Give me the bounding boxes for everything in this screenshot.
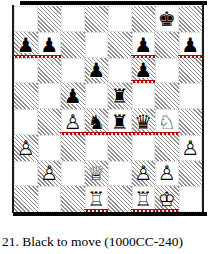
square-b6 [38,58,62,84]
square-d5 [85,83,109,109]
square-c6 [61,58,85,84]
square-g3 [155,135,179,161]
square-g5 [155,83,179,109]
piece-glyph: ♙ [17,136,35,160]
square-b4 [38,109,62,135]
square-h6 [179,58,203,84]
square-a3: ♟♙ [14,135,38,161]
square-d7 [85,32,109,58]
square-h3: ♟♙ [179,135,203,161]
square-d8 [85,6,109,32]
piece-glyph: ♙ [181,136,199,160]
square-g1: ♚♔ [155,186,179,212]
white-pawn-c4: ♟♙ [64,112,82,132]
piece-glyph: ♛ [134,110,152,134]
square-a4 [14,109,38,135]
white-pawn-h3: ♟♙ [181,138,199,158]
black-pawn-f7: ♟ [134,35,152,55]
board-bottom-border [13,212,207,216]
black-queen-f4: ♛ [134,112,152,132]
square-f6: ♟ [132,58,156,84]
square-a7: ♟ [14,32,38,58]
piece-glyph: ♖ [134,187,152,211]
piece-glyph: ♖ [87,187,105,211]
board-top-border [20,1,207,5]
square-e2 [108,161,132,187]
white-knight-g4: ♞♘ [158,112,176,132]
square-h8 [179,6,203,32]
piece-glyph: ♟ [64,84,82,108]
square-b8 [38,6,62,32]
square-f8 [132,6,156,32]
piece-glyph: ♚ [158,7,176,31]
square-f3 [132,135,156,161]
square-g6 [155,58,179,84]
square-f1: ♜♖ [132,186,156,212]
square-e8 [108,6,132,32]
square-h1 [179,186,203,212]
square-a6 [14,58,38,84]
piece-glyph: ♟ [181,33,199,57]
square-d2: ♛♕ [85,161,109,187]
black-pawn-a7: ♟ [17,35,35,55]
square-g7 [155,32,179,58]
black-pawn-f6: ♟ [134,60,152,80]
square-b3 [38,135,62,161]
square-h4 [179,109,203,135]
square-b5 [38,83,62,109]
square-f2: ♟♙ [132,161,156,187]
square-e6 [108,58,132,84]
square-c3 [61,135,85,161]
white-king-g1: ♚♔ [158,189,176,209]
piece-glyph: ♞ [87,110,105,134]
square-a8 [14,6,38,32]
square-c2 [61,161,85,187]
piece-glyph: ♙ [158,161,176,185]
square-g4: ♞♘ [155,109,179,135]
piece-glyph: ♟ [17,33,35,57]
piece-glyph: ♕ [87,161,105,185]
piece-glyph: ♙ [40,161,58,185]
square-e1 [108,186,132,212]
square-b1 [38,186,62,212]
square-f7: ♟ [132,32,156,58]
square-c8 [61,6,85,32]
black-pawn-d6: ♟ [87,60,105,80]
black-knight-d4: ♞ [87,112,105,132]
square-c5: ♟ [61,83,85,109]
square-a1 [14,186,38,212]
square-d1: ♜♖ [85,186,109,212]
square-h7: ♟ [179,32,203,58]
square-d3 [85,135,109,161]
square-e4: ♜ [108,109,132,135]
square-f5 [132,83,156,109]
piece-glyph: ♟ [87,58,105,82]
square-h2 [179,161,203,187]
square-a2 [14,161,38,187]
piece-glyph: ♘ [158,110,176,134]
square-d4: ♞ [85,109,109,135]
square-b2: ♟♙ [38,161,62,187]
white-pawn-a3: ♟♙ [17,138,35,158]
chess-diagram: ♚♟♟♟♟♟♟♟♜♟♙♞♜♛♞♘♟♙♟♙♟♙♛♕♟♙♟♙♜♖♜♖♚♔ [0,0,208,224]
white-rook-d1: ♜♖ [87,189,105,209]
white-pawn-b2: ♟♙ [40,163,58,183]
square-h5 [179,83,203,109]
piece-glyph: ♟ [134,33,152,57]
square-d6: ♟ [85,58,109,84]
square-g2: ♟♙ [155,161,179,187]
white-queen-d2: ♛♕ [87,163,105,183]
piece-glyph: ♟ [40,33,58,57]
piece-glyph: ♙ [134,161,152,185]
square-f4: ♛ [132,109,156,135]
square-c4: ♟♙ [61,109,85,135]
black-king-g8: ♚ [158,9,176,29]
piece-glyph: ♟ [134,58,152,82]
square-e3 [108,135,132,161]
square-e5: ♜ [108,83,132,109]
square-g8: ♚ [155,6,179,32]
black-pawn-b7: ♟ [40,35,58,55]
chess-board: ♚♟♟♟♟♟♟♟♜♟♙♞♜♛♞♘♟♙♟♙♟♙♛♕♟♙♟♙♜♖♜♖♚♔ [14,6,202,212]
square-b7: ♟ [38,32,62,58]
square-e7 [108,32,132,58]
square-a5 [14,83,38,109]
piece-glyph: ♜ [111,84,129,108]
white-pawn-g2: ♟♙ [158,163,176,183]
black-pawn-c5: ♟ [64,86,82,106]
board-right-border [202,2,204,213]
piece-glyph: ♜ [111,110,129,134]
white-pawn-f2: ♟♙ [134,163,152,183]
black-rook-e4: ♜ [111,112,129,132]
black-pawn-h7: ♟ [181,35,199,55]
square-c1 [61,186,85,212]
black-rook-e5: ♜ [111,86,129,106]
square-c7 [61,32,85,58]
piece-glyph: ♔ [158,187,176,211]
white-rook-f1: ♜♖ [134,189,152,209]
diagram-caption: 21. Black to move (1000CC-240) [2,234,206,250]
piece-glyph: ♙ [64,110,82,134]
